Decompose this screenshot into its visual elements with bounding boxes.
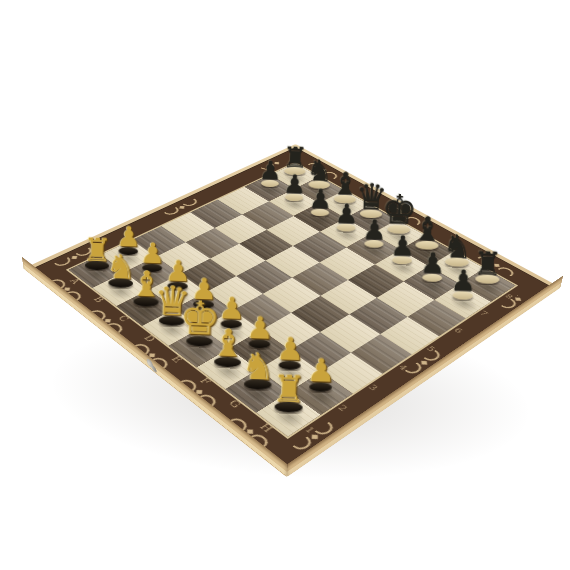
piece-base	[422, 273, 442, 282]
piece-base	[274, 402, 302, 413]
piece-black-pawn-h7[interactable]: ♟	[442, 234, 485, 301]
piece-gold-rook-h1[interactable]: ♜	[265, 337, 314, 413]
piece-base	[337, 224, 356, 232]
scroll-gem	[71, 256, 77, 259]
scroll-gem	[180, 206, 185, 209]
board-grid[interactable]: ♜♞♝♛♚♝♞♜♟♟♟♟♟♟♟♟♟♟♟♟♟♟♟♟♜♞♝♛♚♝♞♜	[69, 163, 516, 437]
scene: ♜♞♝♛♚♝♞♜♟♟♟♟♟♟♟♟♟♟♟♟♟♟♟♟♜♞♝♛♚♝♞♜ ABCDEFG…	[0, 0, 570, 570]
piece-base	[452, 291, 473, 300]
clasp-loop	[150, 363, 157, 373]
chess-board[interactable]: ♜♞♝♛♚♝♞♜♟♟♟♟♟♟♟♟♟♟♟♟♟♟♟♟♜♞♝♛♚♝♞♜ ABCDEFG…	[23, 144, 560, 477]
piece-base	[392, 256, 412, 265]
piece-base	[310, 208, 329, 216]
scroll-gem	[311, 434, 317, 438]
piece-base	[309, 382, 332, 392]
piece-base	[285, 194, 303, 202]
product-photo-stage: ♜♞♝♛♚♝♞♜♟♟♟♟♟♟♟♟♟♟♟♟♟♟♟♟♜♞♝♛♚♝♞♜ ABCDEFG…	[0, 0, 570, 570]
piece-base	[364, 240, 383, 248]
scroll-gem	[421, 360, 427, 364]
